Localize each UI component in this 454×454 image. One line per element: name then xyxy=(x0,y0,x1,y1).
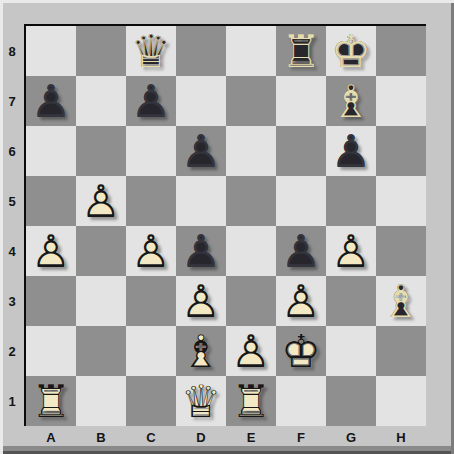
square-c5[interactable] xyxy=(126,176,176,226)
white-pawn-glyph: ♟ xyxy=(226,326,276,376)
square-b1[interactable] xyxy=(76,376,126,426)
square-d6[interactable]: ♟♙ xyxy=(176,126,226,176)
white-pawn-glyph: ♟ xyxy=(126,226,176,276)
white-queen-glyph: ♛ xyxy=(176,376,226,426)
square-g4[interactable]: ♟♙ xyxy=(326,226,376,276)
square-e1[interactable]: ♜♖ xyxy=(226,376,276,426)
file-label-h: H xyxy=(376,428,426,446)
square-e7[interactable] xyxy=(226,76,276,126)
square-h6[interactable] xyxy=(376,126,426,176)
square-f5[interactable] xyxy=(276,176,326,226)
black-pawn-glyph: ♟ xyxy=(276,226,326,276)
rank-label-4: 4 xyxy=(0,226,24,276)
rank-label-7: 7 xyxy=(0,76,24,126)
black-pawn-outline: ♙ xyxy=(126,76,176,126)
black-pawn-outline: ♙ xyxy=(26,76,76,126)
white-pawn-e2[interactable]: ♟♙ xyxy=(226,326,276,376)
white-pawn-f3[interactable]: ♟♙ xyxy=(276,276,326,326)
black-queen-glyph: ♛ xyxy=(126,26,176,76)
white-pawn-outline: ♙ xyxy=(176,276,226,326)
black-bishop-g7[interactable]: ♝♗ xyxy=(326,76,376,126)
black-pawn-c7[interactable]: ♟♙ xyxy=(126,76,176,126)
square-f3[interactable]: ♟♙ xyxy=(276,276,326,326)
white-pawn-outline: ♙ xyxy=(326,226,376,276)
black-pawn-outline: ♙ xyxy=(326,126,376,176)
square-a1[interactable]: ♜♖ xyxy=(26,376,76,426)
black-king-outline: ♔ xyxy=(326,26,376,76)
square-d8[interactable] xyxy=(176,26,226,76)
black-bishop-glyph: ♝ xyxy=(376,276,426,326)
square-a2[interactable] xyxy=(26,326,76,376)
white-pawn-d3[interactable]: ♟♙ xyxy=(176,276,226,326)
square-b8[interactable] xyxy=(76,26,126,76)
white-queen-d1[interactable]: ♛♕ xyxy=(176,376,226,426)
square-c8[interactable]: ♛♕ xyxy=(126,26,176,76)
black-bishop-outline: ♗ xyxy=(326,76,376,126)
white-rook-e1[interactable]: ♜♖ xyxy=(226,376,276,426)
white-rook-glyph: ♜ xyxy=(226,376,276,426)
file-label-e: E xyxy=(226,428,276,446)
square-c4[interactable]: ♟♙ xyxy=(126,226,176,276)
black-pawn-glyph: ♟ xyxy=(176,126,226,176)
square-f1[interactable] xyxy=(276,376,326,426)
rank-label-2: 2 xyxy=(0,326,24,376)
black-queen-c8[interactable]: ♛♕ xyxy=(126,26,176,76)
rank-label-1: 1 xyxy=(0,376,24,426)
file-labels: ABCDEFGH xyxy=(26,428,426,446)
square-b6[interactable] xyxy=(76,126,126,176)
square-e5[interactable] xyxy=(226,176,276,226)
square-a4[interactable]: ♟♙ xyxy=(26,226,76,276)
square-g2[interactable] xyxy=(326,326,376,376)
square-b2[interactable] xyxy=(76,326,126,376)
square-c1[interactable] xyxy=(126,376,176,426)
black-pawn-d4[interactable]: ♟♙ xyxy=(176,226,226,276)
black-queen-outline: ♕ xyxy=(126,26,176,76)
square-h3[interactable]: ♝♗ xyxy=(376,276,426,326)
white-king-glyph: ♚ xyxy=(276,326,326,376)
rank-labels: 87654321 xyxy=(0,26,24,426)
square-c6[interactable] xyxy=(126,126,176,176)
black-rook-f8[interactable]: ♜♖ xyxy=(276,26,326,76)
square-e2[interactable]: ♟♙ xyxy=(226,326,276,376)
white-pawn-glyph: ♟ xyxy=(176,276,226,326)
square-b7[interactable] xyxy=(76,76,126,126)
white-bishop-d2[interactable]: ♝♗ xyxy=(176,326,226,376)
square-e3[interactable] xyxy=(226,276,276,326)
file-label-a: A xyxy=(26,428,76,446)
square-g7[interactable]: ♝♗ xyxy=(326,76,376,126)
white-rook-outline: ♖ xyxy=(226,376,276,426)
square-b3[interactable] xyxy=(76,276,126,326)
square-h8[interactable] xyxy=(376,26,426,76)
square-g3[interactable] xyxy=(326,276,376,326)
square-f4[interactable]: ♟♙ xyxy=(276,226,326,276)
black-bishop-h3[interactable]: ♝♗ xyxy=(376,276,426,326)
square-e4[interactable] xyxy=(226,226,276,276)
white-queen-outline: ♕ xyxy=(176,376,226,426)
file-label-f: F xyxy=(276,428,326,446)
white-pawn-outline: ♙ xyxy=(26,226,76,276)
white-pawn-glyph: ♟ xyxy=(26,226,76,276)
square-f6[interactable] xyxy=(276,126,326,176)
white-pawn-c4[interactable]: ♟♙ xyxy=(126,226,176,276)
square-h2[interactable] xyxy=(376,326,426,376)
white-pawn-outline: ♙ xyxy=(226,326,276,376)
square-h5[interactable] xyxy=(376,176,426,226)
square-g5[interactable] xyxy=(326,176,376,226)
file-label-b: B xyxy=(76,428,126,446)
square-f2[interactable]: ♚♔ xyxy=(276,326,326,376)
rank-label-5: 5 xyxy=(0,176,24,226)
white-bishop-outline: ♗ xyxy=(176,326,226,376)
square-a7[interactable]: ♟♙ xyxy=(26,76,76,126)
board: ♛♕♜♖♚♔♟♙♟♙♝♗♟♙♟♙♟♙♟♙♟♙♟♙♟♙♟♙♟♙♟♙♝♗♝♗♟♙♚♔… xyxy=(24,24,426,426)
black-rook-outline: ♖ xyxy=(276,26,326,76)
square-a6[interactable] xyxy=(26,126,76,176)
black-pawn-f4[interactable]: ♟♙ xyxy=(276,226,326,276)
square-g1[interactable] xyxy=(326,376,376,426)
black-bishop-outline: ♗ xyxy=(376,276,426,326)
square-c2[interactable] xyxy=(126,326,176,376)
white-pawn-outline: ♙ xyxy=(126,226,176,276)
black-pawn-outline: ♙ xyxy=(176,126,226,176)
black-pawn-outline: ♙ xyxy=(276,226,326,276)
black-pawn-glyph: ♟ xyxy=(176,226,226,276)
square-d2[interactable]: ♝♗ xyxy=(176,326,226,376)
square-e6[interactable] xyxy=(226,126,276,176)
file-label-c: C xyxy=(126,428,176,446)
rank-label-3: 3 xyxy=(0,276,24,326)
white-rook-outline: ♖ xyxy=(26,376,76,426)
white-rook-a1[interactable]: ♜♖ xyxy=(26,376,76,426)
file-label-g: G xyxy=(326,428,376,446)
white-pawn-glyph: ♟ xyxy=(76,176,126,226)
square-e8[interactable] xyxy=(226,26,276,76)
square-c3[interactable] xyxy=(126,276,176,326)
black-king-g8[interactable]: ♚♔ xyxy=(326,26,376,76)
square-g8[interactable]: ♚♔ xyxy=(326,26,376,76)
black-pawn-glyph: ♟ xyxy=(326,126,376,176)
white-pawn-outline: ♙ xyxy=(276,276,326,326)
white-pawn-outline: ♙ xyxy=(76,176,126,226)
black-pawn-g6[interactable]: ♟♙ xyxy=(326,126,376,176)
black-pawn-glyph: ♟ xyxy=(126,76,176,126)
square-d7[interactable] xyxy=(176,76,226,126)
white-pawn-glyph: ♟ xyxy=(326,226,376,276)
white-pawn-glyph: ♟ xyxy=(276,276,326,326)
square-a8[interactable] xyxy=(26,26,76,76)
square-d1[interactable]: ♛♕ xyxy=(176,376,226,426)
square-a5[interactable] xyxy=(26,176,76,226)
black-bishop-glyph: ♝ xyxy=(326,76,376,126)
rank-label-6: 6 xyxy=(0,126,24,176)
white-pawn-b5[interactable]: ♟♙ xyxy=(76,176,126,226)
square-b5[interactable]: ♟♙ xyxy=(76,176,126,226)
chess-diagram-window: 87654321 ♛♕♜♖♚♔♟♙♟♙♝♗♟♙♟♙♟♙♟♙♟♙♟♙♟♙♟♙♟♙♟… xyxy=(0,0,454,454)
rank-label-8: 8 xyxy=(0,26,24,76)
square-g6[interactable]: ♟♙ xyxy=(326,126,376,176)
white-bishop-glyph: ♝ xyxy=(176,326,226,376)
square-h4[interactable] xyxy=(376,226,426,276)
square-b4[interactable] xyxy=(76,226,126,276)
square-a3[interactable] xyxy=(26,276,76,326)
white-pawn-g4[interactable]: ♟♙ xyxy=(326,226,376,276)
square-d5[interactable] xyxy=(176,176,226,226)
black-pawn-outline: ♙ xyxy=(176,226,226,276)
white-king-outline: ♔ xyxy=(276,326,326,376)
black-rook-glyph: ♜ xyxy=(276,26,326,76)
black-pawn-glyph: ♟ xyxy=(26,76,76,126)
white-rook-glyph: ♜ xyxy=(26,376,76,426)
black-pawn-d6[interactable]: ♟♙ xyxy=(176,126,226,176)
black-pawn-a7[interactable]: ♟♙ xyxy=(26,76,76,126)
square-f8[interactable]: ♜♖ xyxy=(276,26,326,76)
white-king-f2[interactable]: ♚♔ xyxy=(276,326,326,376)
white-pawn-a4[interactable]: ♟♙ xyxy=(26,226,76,276)
black-king-glyph: ♚ xyxy=(326,26,376,76)
square-d3[interactable]: ♟♙ xyxy=(176,276,226,326)
file-label-d: D xyxy=(176,428,226,446)
square-h7[interactable] xyxy=(376,76,426,126)
square-c7[interactable]: ♟♙ xyxy=(126,76,176,126)
square-d4[interactable]: ♟♙ xyxy=(176,226,226,276)
square-f7[interactable] xyxy=(276,76,326,126)
square-h1[interactable] xyxy=(376,376,426,426)
